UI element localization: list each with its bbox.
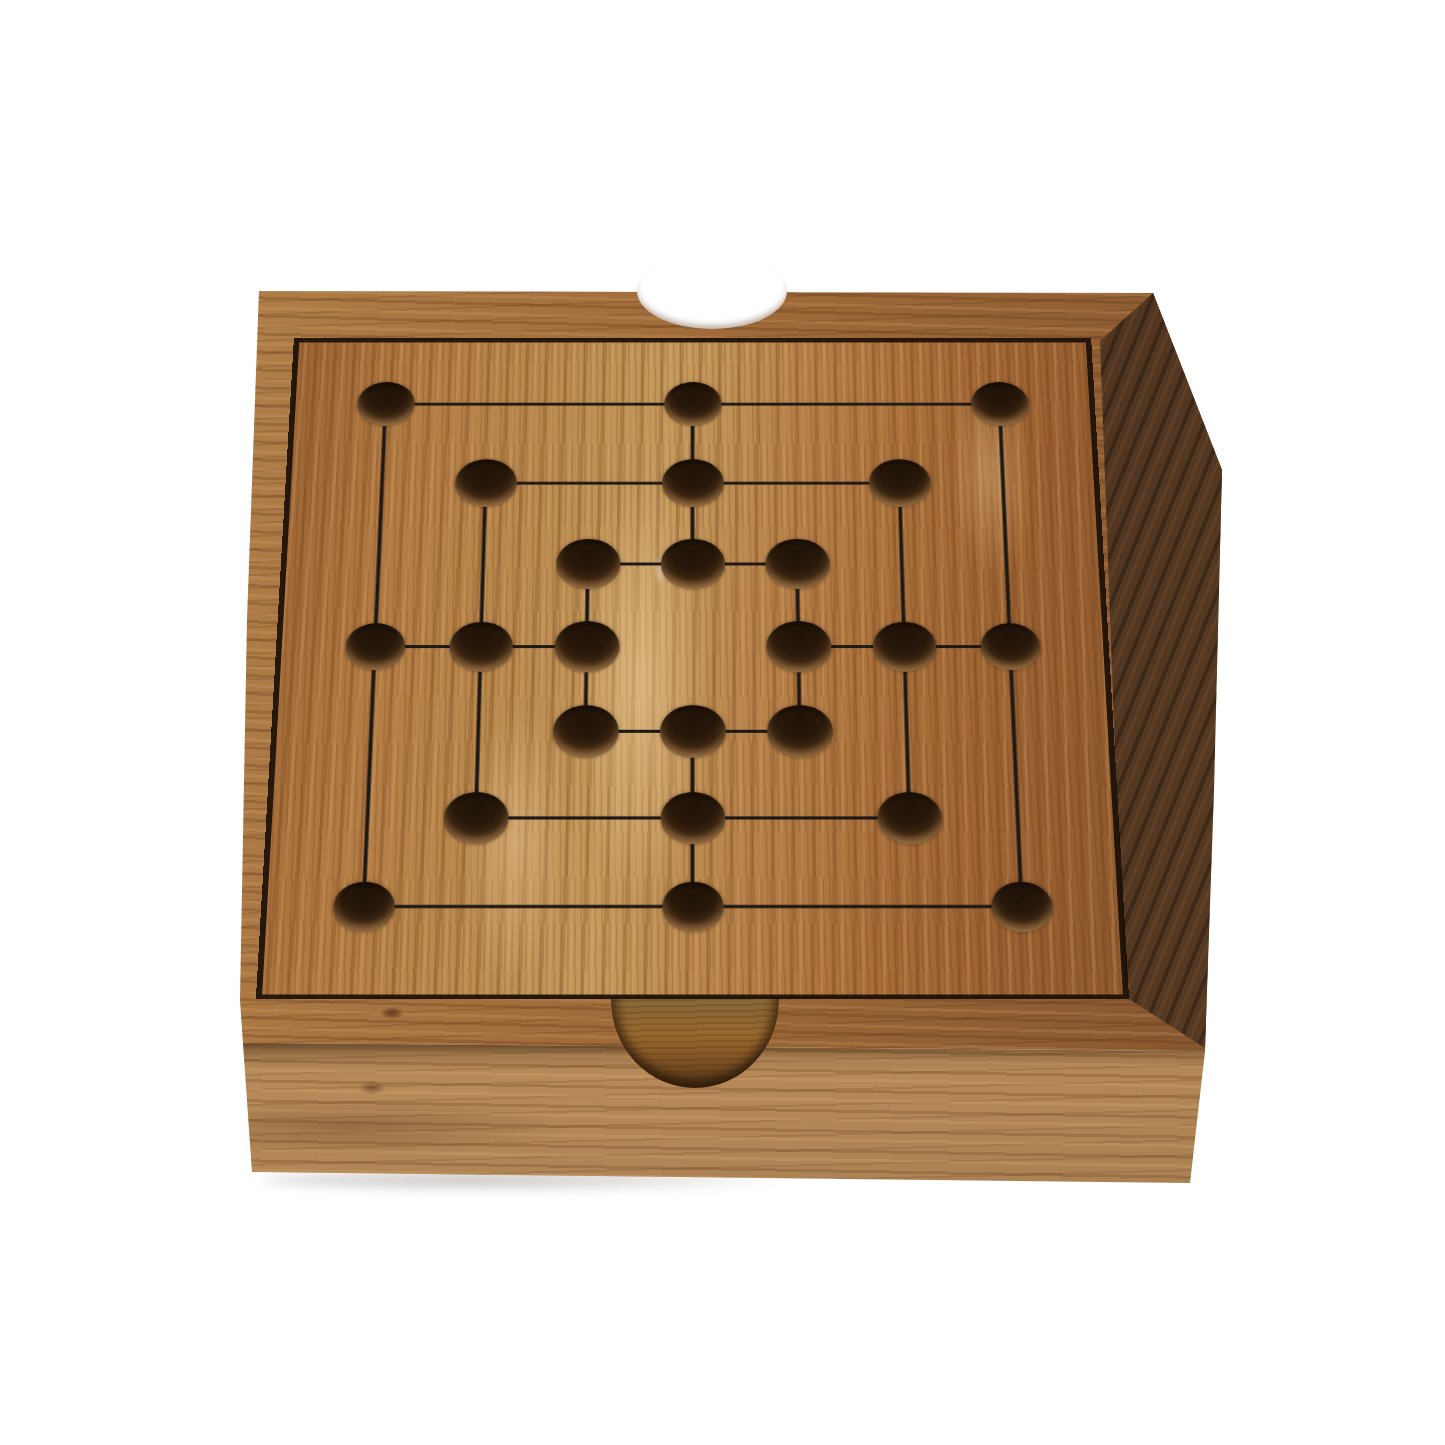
point-b6[interactable] <box>454 460 517 508</box>
board-grid <box>306 365 1078 951</box>
point-a1[interactable] <box>332 882 395 932</box>
point-e3[interactable] <box>767 705 833 757</box>
point-f6[interactable] <box>868 460 931 508</box>
point-g1[interactable] <box>990 882 1053 932</box>
point-b4[interactable] <box>448 622 512 672</box>
point-d2[interactable] <box>660 792 725 844</box>
point-f4[interactable] <box>872 622 936 672</box>
board-lid <box>259 340 1126 997</box>
point-d6[interactable] <box>662 460 724 508</box>
point-f2[interactable] <box>876 792 942 844</box>
point-a4[interactable] <box>344 623 405 670</box>
point-e4[interactable] <box>766 621 832 672</box>
point-c3[interactable] <box>552 705 618 757</box>
point-g7[interactable] <box>970 382 1029 426</box>
point-e5[interactable] <box>765 539 830 589</box>
point-d5[interactable] <box>660 539 724 589</box>
point-a7[interactable] <box>356 382 415 426</box>
lid-slide-notch <box>637 253 787 329</box>
point-d3[interactable] <box>660 705 726 757</box>
point-g4[interactable] <box>980 623 1041 670</box>
point-c5[interactable] <box>555 539 620 589</box>
photo-background <box>0 0 1445 1445</box>
point-d1[interactable] <box>662 882 723 932</box>
point-c4[interactable] <box>554 621 620 672</box>
point-d7[interactable] <box>664 382 721 426</box>
point-b2[interactable] <box>443 792 509 844</box>
mill-pattern <box>306 365 1078 951</box>
